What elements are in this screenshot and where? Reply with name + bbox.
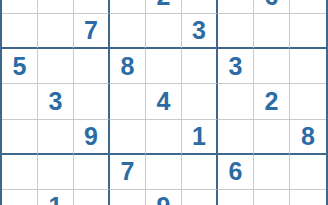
cell-r2c3[interactable] bbox=[74, 0, 110, 14]
cell-r5c5[interactable]: 4 bbox=[146, 84, 182, 119]
cell-r5c2[interactable]: 3 bbox=[38, 84, 74, 119]
cell-r8c5[interactable]: 9 bbox=[146, 190, 182, 205]
cell-r8c9[interactable] bbox=[290, 190, 326, 205]
cell-r3c1[interactable] bbox=[2, 14, 38, 49]
cell-r3c3[interactable]: 7 bbox=[74, 14, 110, 49]
cell-r3c2[interactable] bbox=[38, 14, 74, 49]
cell-r6c6[interactable]: 1 bbox=[182, 120, 218, 155]
cell-r7c8[interactable] bbox=[254, 155, 290, 190]
cell-r3c5[interactable] bbox=[146, 14, 182, 49]
cell-r2c1[interactable] bbox=[2, 0, 38, 14]
cell-r2c5[interactable]: 2 bbox=[146, 0, 182, 14]
cell-r4c4[interactable]: 8 bbox=[110, 49, 146, 84]
cell-r7c9[interactable] bbox=[290, 155, 326, 190]
cell-r6c3[interactable]: 9 bbox=[74, 120, 110, 155]
cell-r6c2[interactable] bbox=[38, 120, 74, 155]
cell-r4c6[interactable] bbox=[182, 49, 218, 84]
cell-r5c9[interactable] bbox=[290, 84, 326, 119]
cell-r6c1[interactable] bbox=[2, 120, 38, 155]
cell-r8c3[interactable] bbox=[74, 190, 110, 205]
cell-r7c6[interactable] bbox=[182, 155, 218, 190]
cell-r2c4[interactable] bbox=[110, 0, 146, 14]
cell-r7c4[interactable]: 7 bbox=[110, 155, 146, 190]
sudoku-screenshot: 26735833429187619 bbox=[0, 0, 328, 205]
cell-r3c8[interactable] bbox=[254, 14, 290, 49]
cell-r4c7[interactable]: 3 bbox=[218, 49, 254, 84]
cell-r4c8[interactable] bbox=[254, 49, 290, 84]
cell-r6c8[interactable] bbox=[254, 120, 290, 155]
cell-r3c6[interactable]: 3 bbox=[182, 14, 218, 49]
cell-r7c3[interactable] bbox=[74, 155, 110, 190]
cell-r6c7[interactable] bbox=[218, 120, 254, 155]
cell-r2c9[interactable] bbox=[290, 0, 326, 14]
cell-r4c5[interactable] bbox=[146, 49, 182, 84]
cell-r8c8[interactable] bbox=[254, 190, 290, 205]
cell-r2c8[interactable]: 6 bbox=[254, 0, 290, 14]
cell-r5c7[interactable] bbox=[218, 84, 254, 119]
cell-r5c4[interactable] bbox=[110, 84, 146, 119]
cell-r2c7[interactable] bbox=[218, 0, 254, 14]
cell-r7c7[interactable]: 6 bbox=[218, 155, 254, 190]
cell-r3c4[interactable] bbox=[110, 14, 146, 49]
cell-r6c4[interactable] bbox=[110, 120, 146, 155]
cell-r4c2[interactable] bbox=[38, 49, 74, 84]
cell-r4c9[interactable] bbox=[290, 49, 326, 84]
cell-r8c2[interactable]: 1 bbox=[38, 190, 74, 205]
cell-r7c1[interactable] bbox=[2, 155, 38, 190]
cell-r3c7[interactable] bbox=[218, 14, 254, 49]
cell-r5c1[interactable] bbox=[2, 84, 38, 119]
cell-r6c5[interactable] bbox=[146, 120, 182, 155]
cell-r6c9[interactable]: 8 bbox=[290, 120, 326, 155]
cell-r5c6[interactable] bbox=[182, 84, 218, 119]
cell-r5c8[interactable]: 2 bbox=[254, 84, 290, 119]
cell-r3c9[interactable] bbox=[290, 14, 326, 49]
sudoku-board: 26735833429187619 bbox=[0, 0, 328, 205]
cell-r7c2[interactable] bbox=[38, 155, 74, 190]
cell-r4c3[interactable] bbox=[74, 49, 110, 84]
cell-r5c3[interactable] bbox=[74, 84, 110, 119]
cell-r8c7[interactable] bbox=[218, 190, 254, 205]
cell-r4c1[interactable]: 5 bbox=[2, 49, 38, 84]
cell-r8c6[interactable] bbox=[182, 190, 218, 205]
cell-r2c6[interactable] bbox=[182, 0, 218, 14]
cell-r7c5[interactable] bbox=[146, 155, 182, 190]
cell-r8c1[interactable] bbox=[2, 190, 38, 205]
cell-r2c2[interactable] bbox=[38, 0, 74, 14]
cell-r8c4[interactable] bbox=[110, 190, 146, 205]
